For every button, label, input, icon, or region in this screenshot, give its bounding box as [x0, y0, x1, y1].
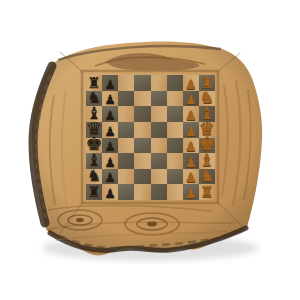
square-r1c6[interactable] [167, 75, 183, 91]
piece-white-pawn[interactable]: ♟ [185, 156, 197, 169]
square-r1c2[interactable]: ♟ [102, 75, 118, 91]
piece-black-pawn[interactable]: ♟ [104, 171, 116, 184]
piece-white-rook[interactable]: ♜ [200, 185, 213, 200]
square-r8c7[interactable]: ♟ [183, 184, 199, 200]
square-r7c7[interactable]: ♟ [183, 169, 199, 185]
piece-black-pawn[interactable]: ♟ [104, 78, 116, 91]
square-r5c2[interactable]: ♟ [102, 138, 118, 154]
square-r5c4[interactable] [134, 138, 150, 154]
piece-black-rook[interactable]: ♜ [87, 185, 100, 200]
square-r4c2[interactable]: ♟ [102, 122, 118, 138]
square-r2c2[interactable]: ♟ [102, 91, 118, 107]
piece-black-pawn[interactable]: ♟ [104, 140, 116, 153]
square-r4c3[interactable] [118, 122, 134, 138]
square-r6c4[interactable] [134, 153, 150, 169]
square-r8c3[interactable] [118, 184, 134, 200]
square-r6c3[interactable] [118, 153, 134, 169]
square-r8c1[interactable]: ♜ [86, 184, 102, 200]
square-r8c5[interactable] [151, 184, 167, 200]
piece-black-pawn[interactable]: ♟ [104, 187, 116, 200]
square-r6c7[interactable]: ♟ [183, 153, 199, 169]
square-r3c4[interactable] [134, 106, 150, 122]
piece-white-pawn[interactable]: ♟ [185, 78, 197, 91]
piece-black-pawn[interactable]: ♟ [104, 156, 116, 169]
piece-white-pawn[interactable]: ♟ [185, 171, 197, 184]
square-r3c7[interactable]: ♟ [183, 106, 199, 122]
square-r5c6[interactable] [167, 138, 183, 154]
square-r3c6[interactable] [167, 106, 183, 122]
square-r6c2[interactable]: ♟ [102, 153, 118, 169]
piece-white-pawn[interactable]: ♟ [185, 125, 197, 138]
square-r6c6[interactable] [167, 153, 183, 169]
square-r7c2[interactable]: ♟ [102, 169, 118, 185]
square-r7c5[interactable] [151, 169, 167, 185]
square-r2c3[interactable] [118, 91, 134, 107]
square-r5c3[interactable] [118, 138, 134, 154]
square-r3c5[interactable] [151, 106, 167, 122]
square-r7c6[interactable] [167, 169, 183, 185]
piece-white-pawn[interactable]: ♟ [185, 187, 197, 200]
square-r8c6[interactable] [167, 184, 183, 200]
square-r2c6[interactable] [167, 91, 183, 107]
square-r1c4[interactable] [134, 75, 150, 91]
product-photo-chess-set: ♜♟♟♜♞♟♟♞♝♟♟♝♛♟♟♛♚♟♟♚♝♟♟♝♞♟♟♞♜♟♟♜ [0, 0, 300, 300]
square-r4c7[interactable]: ♟ [183, 122, 199, 138]
piece-black-knight[interactable]: ♞ [87, 168, 101, 184]
square-r7c4[interactable] [134, 169, 150, 185]
chess-board: ♜♟♟♜♞♟♟♞♝♟♟♝♛♟♟♛♚♟♟♚♝♟♟♝♞♟♟♞♜♟♟♜ [86, 75, 215, 200]
piece-white-pawn[interactable]: ♟ [185, 93, 197, 106]
square-r6c5[interactable] [151, 153, 167, 169]
piece-black-pawn[interactable]: ♟ [104, 125, 116, 138]
square-r4c4[interactable] [134, 122, 150, 138]
square-r2c7[interactable]: ♟ [183, 91, 199, 107]
piece-white-pawn[interactable]: ♟ [185, 109, 197, 122]
piece-black-pawn[interactable]: ♟ [104, 109, 116, 122]
square-r1c5[interactable] [151, 75, 167, 91]
piece-white-pawn[interactable]: ♟ [185, 140, 197, 153]
square-r7c3[interactable] [118, 169, 134, 185]
square-r1c7[interactable]: ♟ [183, 75, 199, 91]
piece-black-pawn[interactable]: ♟ [104, 93, 116, 106]
piece-white-knight[interactable]: ♞ [200, 168, 214, 184]
square-r8c8[interactable]: ♜ [199, 184, 215, 200]
square-r8c4[interactable] [134, 184, 150, 200]
square-r4c5[interactable] [151, 122, 167, 138]
square-r3c3[interactable] [118, 106, 134, 122]
square-r3c2[interactable]: ♟ [102, 106, 118, 122]
square-r2c4[interactable] [134, 91, 150, 107]
square-r2c5[interactable] [151, 91, 167, 107]
square-r8c2[interactable]: ♟ [102, 184, 118, 200]
square-r5c5[interactable] [151, 138, 167, 154]
square-r1c3[interactable] [118, 75, 134, 91]
square-r4c6[interactable] [167, 122, 183, 138]
square-r5c7[interactable]: ♟ [183, 138, 199, 154]
